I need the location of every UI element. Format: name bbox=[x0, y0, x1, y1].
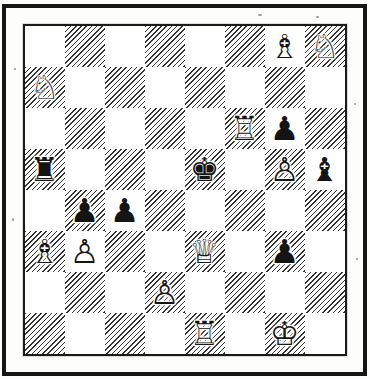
print-speckle bbox=[14, 68, 16, 70]
square-e3: ♕ bbox=[185, 231, 225, 272]
square-f6: ♖ bbox=[225, 108, 265, 149]
square-a2 bbox=[25, 272, 65, 313]
piece-white-pawn-b3: ♙ bbox=[70, 235, 100, 268]
square-c8 bbox=[105, 26, 145, 67]
piece-black-pawn-g6: ♟ bbox=[270, 112, 300, 145]
square-g5: ♙ bbox=[265, 149, 305, 190]
square-a3: ♗ bbox=[25, 231, 65, 272]
piece-black-king-e5: ♚ bbox=[190, 153, 220, 186]
square-h7 bbox=[305, 67, 345, 108]
square-h1 bbox=[305, 313, 345, 354]
square-f8 bbox=[225, 26, 265, 67]
square-h5: ♝ bbox=[305, 149, 345, 190]
board-frame: ♗♘♘♖♟♜♚♙♝♟♟♗♙♕♟♙♖♔ bbox=[23, 24, 347, 356]
square-c3 bbox=[105, 231, 145, 272]
piece-white-rook-e1: ♖ bbox=[190, 317, 220, 350]
square-g8: ♗ bbox=[265, 26, 305, 67]
square-e7 bbox=[185, 67, 225, 108]
square-a6 bbox=[25, 108, 65, 149]
square-h2 bbox=[305, 272, 345, 313]
square-a7: ♘ bbox=[25, 67, 65, 108]
square-c7 bbox=[105, 67, 145, 108]
square-a1 bbox=[25, 313, 65, 354]
square-c6 bbox=[105, 108, 145, 149]
square-e8 bbox=[185, 26, 225, 67]
square-b2 bbox=[65, 272, 105, 313]
piece-white-rook-f6: ♖ bbox=[230, 112, 260, 145]
square-b1 bbox=[65, 313, 105, 354]
square-f2 bbox=[225, 272, 265, 313]
piece-white-knight-a7: ♘ bbox=[30, 71, 60, 104]
square-h6 bbox=[305, 108, 345, 149]
square-d5 bbox=[145, 149, 185, 190]
print-speckle bbox=[258, 14, 262, 16]
square-g3: ♟ bbox=[265, 231, 305, 272]
square-e1: ♖ bbox=[185, 313, 225, 354]
piece-black-bishop-h5: ♝ bbox=[310, 153, 340, 186]
square-d4 bbox=[145, 190, 185, 231]
square-e2 bbox=[185, 272, 225, 313]
print-speckle bbox=[354, 103, 356, 105]
piece-white-pawn-d2: ♙ bbox=[150, 276, 180, 309]
piece-black-pawn-g3: ♟ bbox=[270, 235, 300, 268]
piece-white-queen-e3: ♕ bbox=[190, 235, 220, 268]
square-h4 bbox=[305, 190, 345, 231]
square-c4: ♟ bbox=[105, 190, 145, 231]
square-b3: ♙ bbox=[65, 231, 105, 272]
square-d1 bbox=[145, 313, 185, 354]
square-b7 bbox=[65, 67, 105, 108]
square-b5 bbox=[65, 149, 105, 190]
square-a4 bbox=[25, 190, 65, 231]
square-d6 bbox=[145, 108, 185, 149]
square-d7 bbox=[145, 67, 185, 108]
square-f4 bbox=[225, 190, 265, 231]
square-c1 bbox=[105, 313, 145, 354]
square-g6: ♟ bbox=[265, 108, 305, 149]
piece-white-knight-h8: ♘ bbox=[310, 30, 340, 63]
newsprint-outer-frame: ♗♘♘♖♟♜♚♙♝♟♟♗♙♕♟♙♖♔ bbox=[2, 4, 367, 376]
piece-black-pawn-b4: ♟ bbox=[70, 194, 100, 227]
square-g2 bbox=[265, 272, 305, 313]
square-c5 bbox=[105, 149, 145, 190]
square-d3 bbox=[145, 231, 185, 272]
square-h8: ♘ bbox=[305, 26, 345, 67]
print-speckle bbox=[316, 16, 319, 18]
square-f5 bbox=[225, 149, 265, 190]
square-f1 bbox=[225, 313, 265, 354]
square-c2 bbox=[105, 272, 145, 313]
square-b8 bbox=[65, 26, 105, 67]
square-h3 bbox=[305, 231, 345, 272]
print-speckle bbox=[12, 218, 14, 221]
chess-board: ♗♘♘♖♟♜♚♙♝♟♟♗♙♕♟♙♖♔ bbox=[25, 26, 345, 354]
square-d2: ♙ bbox=[145, 272, 185, 313]
square-a5: ♜ bbox=[25, 149, 65, 190]
piece-black-pawn-c4: ♟ bbox=[110, 194, 140, 227]
piece-white-bishop-a3: ♗ bbox=[30, 235, 60, 268]
square-a8 bbox=[25, 26, 65, 67]
square-f3 bbox=[225, 231, 265, 272]
square-e4 bbox=[185, 190, 225, 231]
piece-black-rook-a5: ♜ bbox=[30, 153, 60, 186]
print-speckle bbox=[356, 258, 358, 260]
piece-white-king-g1: ♔ bbox=[270, 317, 300, 350]
piece-white-bishop-g8: ♗ bbox=[270, 30, 300, 63]
square-g1: ♔ bbox=[265, 313, 305, 354]
square-e5: ♚ bbox=[185, 149, 225, 190]
square-g7 bbox=[265, 67, 305, 108]
square-f7 bbox=[225, 67, 265, 108]
square-g4 bbox=[265, 190, 305, 231]
square-d8 bbox=[145, 26, 185, 67]
square-b4: ♟ bbox=[65, 190, 105, 231]
piece-white-pawn-g5: ♙ bbox=[270, 153, 300, 186]
square-e6 bbox=[185, 108, 225, 149]
square-b6 bbox=[65, 108, 105, 149]
